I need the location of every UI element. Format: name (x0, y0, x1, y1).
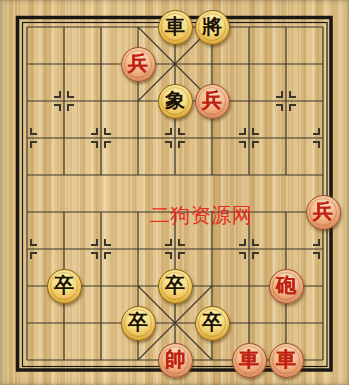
piece-red-general[interactable]: 帥 (158, 343, 193, 378)
pieces-layer[interactable]: 車將兵象兵兵卒卒砲卒卒帥車車 (9, 9, 342, 379)
piece-black-elephant[interactable]: 象 (158, 84, 193, 119)
piece-red-soldier-c[interactable]: 兵 (306, 195, 341, 230)
piece-glyph: 卒 (202, 312, 222, 332)
piece-red-chariot-b[interactable]: 車 (269, 343, 304, 378)
piece-red-soldier-a[interactable]: 兵 (121, 47, 156, 82)
piece-glyph: 帥 (165, 349, 185, 369)
piece-black-soldier-a[interactable]: 卒 (47, 269, 82, 304)
piece-glyph: 兵 (313, 201, 333, 221)
piece-black-soldier-b[interactable]: 卒 (158, 269, 193, 304)
piece-black-general[interactable]: 將 (195, 10, 230, 45)
piece-black-soldier-c[interactable]: 卒 (121, 306, 156, 341)
piece-glyph: 卒 (54, 275, 74, 295)
piece-glyph: 象 (165, 90, 185, 110)
piece-glyph: 卒 (128, 312, 148, 332)
piece-red-cannon[interactable]: 砲 (269, 269, 304, 304)
piece-red-soldier-b[interactable]: 兵 (195, 84, 230, 119)
piece-black-soldier-d[interactable]: 卒 (195, 306, 230, 341)
piece-glyph: 砲 (276, 275, 296, 295)
piece-black-chariot[interactable]: 車 (158, 10, 193, 45)
piece-glyph: 兵 (202, 90, 222, 110)
piece-glyph: 卒 (165, 275, 185, 295)
piece-glyph: 將 (202, 16, 222, 36)
piece-glyph: 兵 (128, 53, 148, 73)
piece-glyph: 車 (276, 349, 296, 369)
xiangqi-board: 車將兵象兵兵卒卒砲卒卒帥車車 二狗资源网 (0, 0, 349, 385)
piece-red-chariot-a[interactable]: 車 (232, 343, 267, 378)
piece-glyph: 車 (239, 349, 259, 369)
piece-glyph: 車 (165, 16, 185, 36)
